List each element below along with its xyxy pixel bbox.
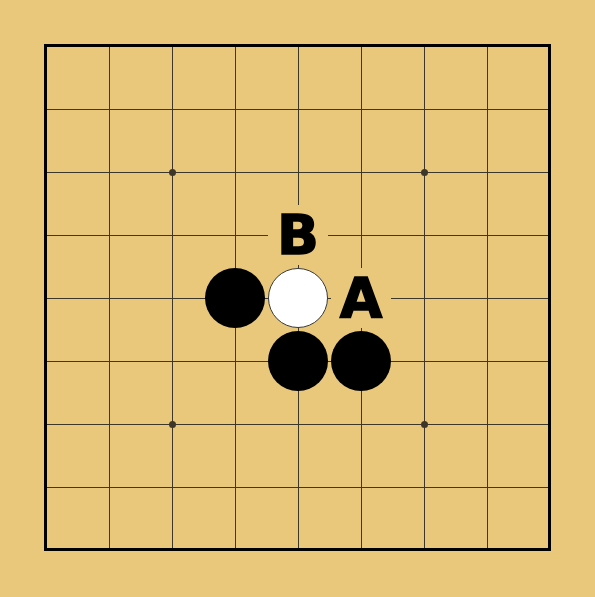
board-intersection[interactable] — [393, 15, 456, 78]
board-intersection[interactable] — [204, 204, 267, 267]
board-intersection[interactable] — [330, 393, 393, 456]
board-intersection[interactable] — [456, 330, 519, 393]
board-intersection[interactable] — [78, 456, 141, 519]
board-intersection[interactable] — [78, 519, 141, 582]
board-intersection[interactable] — [330, 15, 393, 78]
board-intersection[interactable] — [393, 519, 456, 582]
board-intersection[interactable] — [519, 15, 582, 78]
board-intersection[interactable] — [15, 204, 78, 267]
board-intersection[interactable] — [78, 330, 141, 393]
board-intersection[interactable] — [141, 456, 204, 519]
board-intersection[interactable] — [267, 267, 330, 330]
board-intersection[interactable] — [15, 456, 78, 519]
board-intersection[interactable] — [78, 393, 141, 456]
board-intersection[interactable]: B — [267, 204, 330, 267]
board-intersection[interactable] — [204, 78, 267, 141]
board-intersection[interactable] — [78, 15, 141, 78]
board-intersection[interactable] — [15, 519, 78, 582]
board-intersection[interactable] — [141, 519, 204, 582]
black-stone — [268, 331, 328, 391]
board-intersection[interactable] — [141, 204, 204, 267]
board-intersection[interactable] — [330, 78, 393, 141]
board-intersection[interactable] — [267, 330, 330, 393]
board-intersection[interactable] — [141, 267, 204, 330]
board-intersection[interactable] — [519, 330, 582, 393]
board-intersection[interactable] — [456, 393, 519, 456]
board-intersection[interactable] — [204, 393, 267, 456]
board-intersection[interactable] — [141, 15, 204, 78]
board-intersection[interactable] — [393, 78, 456, 141]
board-intersection[interactable] — [204, 456, 267, 519]
board-grid: BA — [15, 15, 582, 582]
board-intersection[interactable] — [141, 141, 204, 204]
board-intersection[interactable] — [78, 204, 141, 267]
board-intersection[interactable] — [15, 78, 78, 141]
go-diagram: BA — [0, 0, 595, 597]
board-intersection[interactable] — [267, 15, 330, 78]
board-intersection[interactable] — [78, 141, 141, 204]
board-intersection[interactable] — [330, 456, 393, 519]
board-intersection[interactable] — [267, 141, 330, 204]
board-intersection[interactable] — [456, 78, 519, 141]
board-intersection[interactable] — [78, 267, 141, 330]
hoshi-dot — [421, 169, 428, 176]
black-stone — [331, 331, 391, 391]
board-intersection[interactable] — [15, 141, 78, 204]
white-stone — [268, 268, 328, 328]
board-intersection[interactable] — [456, 519, 519, 582]
board-intersection[interactable] — [267, 393, 330, 456]
board-intersection[interactable] — [456, 141, 519, 204]
board-intersection[interactable] — [330, 519, 393, 582]
point-label-B[interactable]: B — [268, 205, 328, 265]
hoshi-dot — [421, 421, 428, 428]
board-intersection[interactable] — [393, 456, 456, 519]
board-intersection[interactable] — [15, 393, 78, 456]
hoshi-dot — [169, 169, 176, 176]
board-intersection[interactable] — [204, 330, 267, 393]
board-intersection[interactable] — [456, 204, 519, 267]
board-intersection[interactable] — [141, 78, 204, 141]
board-intersection[interactable] — [204, 519, 267, 582]
board-intersection[interactable] — [393, 267, 456, 330]
board-intersection[interactable]: A — [330, 267, 393, 330]
board-intersection[interactable] — [519, 267, 582, 330]
board-intersection[interactable] — [519, 204, 582, 267]
board-intersection[interactable] — [456, 267, 519, 330]
board-intersection[interactable] — [267, 519, 330, 582]
black-stone — [205, 268, 265, 328]
board-intersection[interactable] — [519, 519, 582, 582]
board-intersection[interactable] — [330, 330, 393, 393]
board-intersection[interactable] — [267, 78, 330, 141]
board-intersection[interactable] — [393, 330, 456, 393]
board-intersection[interactable] — [15, 15, 78, 78]
board-intersection[interactable] — [456, 15, 519, 78]
board-intersection[interactable] — [393, 141, 456, 204]
board-intersection[interactable] — [519, 78, 582, 141]
board-intersection[interactable] — [78, 78, 141, 141]
board-intersection[interactable] — [141, 393, 204, 456]
board-intersection[interactable] — [267, 456, 330, 519]
hoshi-dot — [169, 421, 176, 428]
board-intersection[interactable] — [330, 141, 393, 204]
board-intersection[interactable] — [204, 15, 267, 78]
board-intersection[interactable] — [15, 267, 78, 330]
board-intersection[interactable] — [15, 330, 78, 393]
board-intersection[interactable] — [393, 204, 456, 267]
point-label-A[interactable]: A — [331, 268, 391, 328]
board-intersection[interactable] — [141, 330, 204, 393]
board-intersection[interactable] — [204, 267, 267, 330]
board-intersection[interactable] — [519, 393, 582, 456]
board-intersection[interactable] — [519, 456, 582, 519]
board-intersection[interactable] — [204, 141, 267, 204]
board-intersection[interactable] — [393, 393, 456, 456]
board-intersection[interactable] — [330, 204, 393, 267]
board-intersection[interactable] — [456, 456, 519, 519]
board-intersection[interactable] — [519, 141, 582, 204]
